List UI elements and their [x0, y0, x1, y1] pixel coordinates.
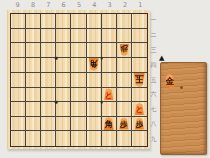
- square-6-4[interactable]: [56, 58, 71, 73]
- square-9-7[interactable]: [11, 102, 26, 117]
- square-7-4[interactable]: [41, 58, 56, 73]
- square-2-2[interactable]: [117, 29, 132, 44]
- rank-label: 四: [149, 58, 158, 73]
- square-9-3[interactable]: [11, 43, 26, 58]
- piece-glyph: と: [103, 90, 114, 101]
- square-7-7[interactable]: [41, 102, 56, 117]
- piece-glyph: 歩: [119, 119, 130, 130]
- square-5-2[interactable]: [71, 29, 86, 44]
- sente-komadai: 金: [160, 62, 207, 155]
- square-3-8[interactable]: 角: [102, 117, 117, 132]
- square-3-7[interactable]: [102, 102, 117, 117]
- square-4-4[interactable]: 角: [87, 58, 102, 73]
- piece-gote-bishop[interactable]: 角: [88, 58, 100, 71]
- file-label: 4: [87, 0, 102, 9]
- piece-sente-gold[interactable]: 金: [164, 74, 176, 87]
- square-1-2[interactable]: [132, 29, 147, 44]
- square-9-8[interactable]: [11, 117, 26, 132]
- square-2-3[interactable]: 歩: [117, 43, 132, 58]
- piece-gote-king[interactable]: 玉: [133, 73, 146, 87]
- square-1-8[interactable]: 歩: [132, 117, 147, 132]
- square-8-6[interactable]: [26, 88, 41, 103]
- square-1-7[interactable]: と: [132, 102, 147, 117]
- square-6-6[interactable]: [56, 88, 71, 103]
- square-5-3[interactable]: [71, 43, 86, 58]
- square-3-9[interactable]: [102, 131, 117, 146]
- piece-glyph: 金: [164, 75, 176, 87]
- square-2-5[interactable]: [117, 73, 132, 88]
- square-6-9[interactable]: [56, 131, 71, 146]
- file-label: 1: [133, 0, 148, 9]
- square-6-8[interactable]: [56, 117, 71, 132]
- piece-sente-pawn[interactable]: 歩: [134, 118, 145, 130]
- file-label: 6: [56, 0, 71, 9]
- file-label: 9: [10, 0, 25, 9]
- square-1-3[interactable]: [132, 43, 147, 58]
- square-1-9[interactable]: [132, 131, 147, 146]
- rank-label: 三: [149, 43, 158, 58]
- square-2-7[interactable]: [117, 102, 132, 117]
- square-6-2[interactable]: [56, 29, 71, 44]
- square-8-8[interactable]: [26, 117, 41, 132]
- square-5-5[interactable]: [71, 73, 86, 88]
- square-6-7[interactable]: [56, 102, 71, 117]
- shogi-diagram: 987654321 歩角玉とと角歩歩 一二三四五六七八九 ▲ 金: [0, 0, 210, 158]
- file-label: 2: [117, 0, 132, 9]
- square-3-1[interactable]: [102, 14, 117, 29]
- square-4-8[interactable]: [87, 117, 102, 132]
- sente-hand-pieces: 金: [164, 74, 176, 87]
- piece-sente-pawn[interactable]: 歩: [119, 118, 130, 130]
- piece-glyph: 歩: [119, 44, 130, 55]
- square-7-3[interactable]: [41, 43, 56, 58]
- piece-glyph: と: [134, 104, 145, 115]
- square-4-5[interactable]: [87, 73, 102, 88]
- square-9-4[interactable]: [11, 58, 26, 73]
- square-7-9[interactable]: [41, 131, 56, 146]
- square-3-6[interactable]: と: [102, 88, 117, 103]
- square-8-1[interactable]: [26, 14, 41, 29]
- square-3-2[interactable]: [102, 29, 117, 44]
- square-1-4[interactable]: [132, 58, 147, 73]
- square-7-1[interactable]: [41, 14, 56, 29]
- square-9-9[interactable]: [11, 131, 26, 146]
- square-3-5[interactable]: [102, 73, 117, 88]
- square-5-4[interactable]: [71, 58, 86, 73]
- square-5-6[interactable]: [71, 88, 86, 103]
- square-8-9[interactable]: [26, 131, 41, 146]
- square-9-5[interactable]: [11, 73, 26, 88]
- square-8-4[interactable]: [26, 58, 41, 73]
- square-5-8[interactable]: [71, 117, 86, 132]
- file-label: 8: [25, 0, 40, 9]
- square-9-6[interactable]: [11, 88, 26, 103]
- piece-glyph: 玉: [133, 72, 146, 85]
- sente-marker: ▲: [159, 54, 164, 62]
- square-4-7[interactable]: [87, 102, 102, 117]
- square-6-3[interactable]: [56, 43, 71, 58]
- square-1-6[interactable]: [132, 88, 147, 103]
- square-1-1[interactable]: [132, 14, 147, 29]
- hoshi-dot: [100, 101, 103, 104]
- piece-sente-tokin[interactable]: と: [103, 88, 114, 100]
- piece-glyph: 歩: [134, 119, 145, 130]
- rank-labels: 一二三四五六七八九: [149, 13, 158, 147]
- file-labels: 987654321: [10, 0, 148, 9]
- square-2-6[interactable]: [117, 88, 132, 103]
- file-label: 7: [41, 0, 56, 9]
- rank-label: 六: [149, 87, 158, 102]
- wood-knot: [180, 86, 183, 89]
- square-4-2[interactable]: [87, 29, 102, 44]
- piece-gote-pawn[interactable]: 歩: [119, 44, 130, 56]
- hoshi-dot: [100, 57, 103, 60]
- rank-label: 二: [149, 28, 158, 43]
- piece-sente-bishop[interactable]: 角: [103, 117, 115, 130]
- rank-label: 八: [149, 117, 158, 132]
- square-2-9[interactable]: [117, 131, 132, 146]
- square-5-1[interactable]: [71, 14, 86, 29]
- square-5-9[interactable]: [71, 131, 86, 146]
- square-8-2[interactable]: [26, 29, 41, 44]
- rank-label: 五: [149, 73, 158, 88]
- square-8-5[interactable]: [26, 73, 41, 88]
- square-6-1[interactable]: [56, 14, 71, 29]
- rank-label: 七: [149, 102, 158, 117]
- square-7-2[interactable]: [41, 29, 56, 44]
- square-4-3[interactable]: [87, 43, 102, 58]
- square-4-9[interactable]: [87, 131, 102, 146]
- square-2-4[interactable]: [117, 58, 132, 73]
- square-4-6[interactable]: [87, 88, 102, 103]
- board-grid: 歩角玉とと角歩歩: [10, 13, 148, 147]
- file-label: 3: [102, 0, 117, 9]
- square-8-3[interactable]: [26, 43, 41, 58]
- square-7-6[interactable]: [41, 88, 56, 103]
- hoshi-dot: [55, 101, 58, 104]
- piece-sente-tokin[interactable]: と: [134, 103, 145, 115]
- square-9-2[interactable]: [11, 29, 26, 44]
- square-3-4[interactable]: [102, 58, 117, 73]
- square-2-8[interactable]: 歩: [117, 117, 132, 132]
- square-1-5[interactable]: 玉: [132, 73, 147, 88]
- rank-label: 九: [149, 132, 158, 147]
- square-2-1[interactable]: [117, 14, 132, 29]
- rank-label: 一: [149, 13, 158, 28]
- square-8-7[interactable]: [26, 102, 41, 117]
- piece-glyph: 角: [103, 118, 115, 130]
- square-7-5[interactable]: [41, 73, 56, 88]
- square-9-1[interactable]: [11, 14, 26, 29]
- square-6-5[interactable]: [56, 73, 71, 88]
- square-3-3[interactable]: [102, 43, 117, 58]
- square-7-8[interactable]: [41, 117, 56, 132]
- square-5-7[interactable]: [71, 102, 86, 117]
- piece-glyph: 角: [88, 58, 100, 70]
- hoshi-dot: [55, 57, 58, 60]
- square-4-1[interactable]: [87, 14, 102, 29]
- file-label: 5: [71, 0, 86, 9]
